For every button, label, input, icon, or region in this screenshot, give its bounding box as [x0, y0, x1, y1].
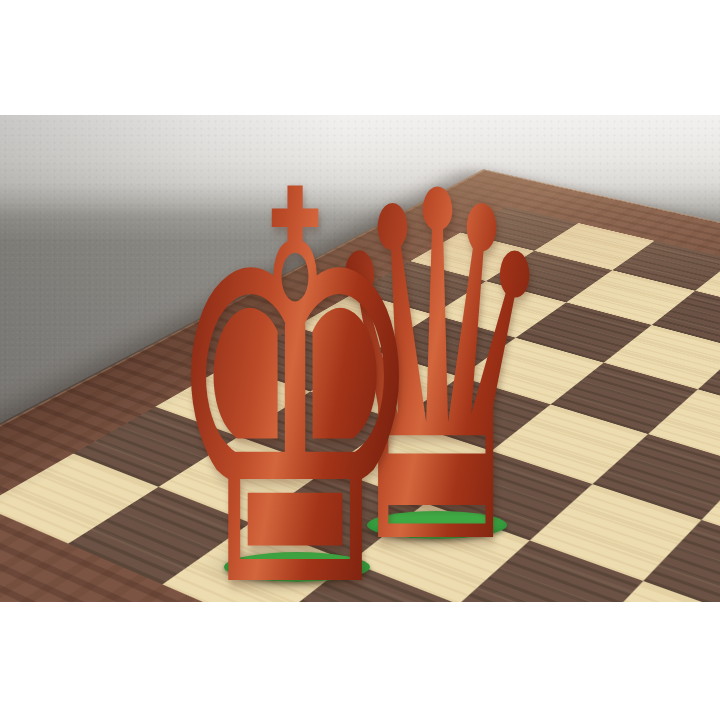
product-photo-frame: ♛ ♚	[0, 0, 720, 720]
king-piece: ♚	[162, 123, 428, 602]
king-glyph: ♚	[162, 123, 428, 602]
photo-scene: ♛ ♚	[0, 115, 720, 602]
